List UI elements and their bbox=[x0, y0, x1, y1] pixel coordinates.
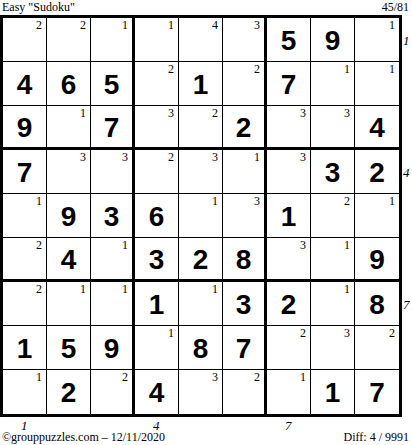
cell-r9c4[interactable]: 4 bbox=[135, 370, 179, 414]
cell-r2c8[interactable]: 1 bbox=[311, 62, 355, 106]
given-digit: 7 bbox=[17, 159, 33, 187]
cell-r4c9[interactable]: 2 bbox=[355, 150, 399, 194]
cell-r1c6[interactable]: 3 bbox=[223, 18, 267, 62]
pencil-mark: 2 bbox=[254, 62, 260, 76]
cell-r2c9[interactable]: 1 bbox=[355, 62, 399, 106]
row-label-4: 4 bbox=[403, 166, 410, 179]
cell-r7c8[interactable]: 1 bbox=[311, 282, 355, 326]
cell-r8c5[interactable]: 8 bbox=[179, 326, 223, 370]
pencil-mark: 3 bbox=[344, 106, 350, 120]
given-digit: 1 bbox=[149, 291, 165, 319]
cell-r5c9[interactable]: 1 bbox=[355, 194, 399, 238]
cell-r7c4[interactable]: 1 bbox=[135, 282, 179, 326]
col-label-4: 4 bbox=[153, 419, 160, 432]
pencil-mark: 3 bbox=[254, 18, 260, 32]
given-digit: 4 bbox=[149, 379, 165, 407]
col-label-1: 1 bbox=[21, 419, 28, 432]
given-digit: 1 bbox=[281, 203, 297, 231]
cell-r6c1[interactable]: 2 bbox=[3, 238, 47, 282]
cell-r4c8[interactable]: 3 bbox=[311, 150, 355, 194]
given-digit: 2 bbox=[61, 379, 77, 407]
cell-r3c9[interactable]: 4 bbox=[355, 106, 399, 150]
pencil-mark: 3 bbox=[212, 370, 218, 384]
pencil-mark: 1 bbox=[389, 62, 395, 76]
cell-r6c3[interactable]: 1 bbox=[91, 238, 135, 282]
pencil-mark: 1 bbox=[80, 282, 86, 296]
given-digit: 9 bbox=[325, 27, 341, 55]
cell-r3c7[interactable]: 3 bbox=[267, 106, 311, 150]
cell-r3c1[interactable]: 9 bbox=[3, 106, 47, 150]
pencil-mark: 4 bbox=[212, 18, 218, 32]
pencil-mark: 2 bbox=[168, 62, 174, 76]
cell-r6c6[interactable]: 8 bbox=[223, 238, 267, 282]
cell-r3c3[interactable]: 7 bbox=[91, 106, 135, 150]
progress-counter: 45/81 bbox=[382, 0, 409, 14]
pencil-mark: 1 bbox=[389, 194, 395, 208]
pencil-mark: 2 bbox=[122, 370, 128, 384]
given-digit: 3 bbox=[104, 203, 120, 231]
pencil-mark: 1 bbox=[212, 194, 218, 208]
given-digit: 8 bbox=[193, 335, 209, 363]
cell-r6c9[interactable]: 9 bbox=[355, 238, 399, 282]
pencil-mark: 1 bbox=[122, 282, 128, 296]
pencil-mark: 3 bbox=[300, 106, 306, 120]
cell-r8c6[interactable]: 7 bbox=[223, 326, 267, 370]
pencil-mark: 1 bbox=[122, 238, 128, 252]
given-digit: 8 bbox=[369, 291, 385, 319]
cell-r2c3[interactable]: 5 bbox=[91, 62, 135, 106]
cell-r3c2[interactable]: 1 bbox=[47, 106, 91, 150]
difficulty-text: Diff: 4 / 9991 bbox=[344, 431, 409, 444]
given-digit: 9 bbox=[369, 246, 385, 274]
cell-r4c7[interactable]: 3 bbox=[267, 150, 311, 194]
given-digit: 7 bbox=[104, 114, 120, 142]
cell-r1c8[interactable]: 9 bbox=[311, 18, 355, 62]
cell-r4c2[interactable]: 3 bbox=[47, 150, 91, 194]
pencil-mark: 1 bbox=[36, 370, 42, 384]
given-digit: 7 bbox=[369, 379, 385, 407]
sudoku-board: 2211435914652127119173223347332313321936… bbox=[0, 15, 402, 417]
cell-r2c4[interactable]: 2 bbox=[135, 62, 179, 106]
given-digit: 1 bbox=[193, 71, 209, 99]
cell-r2c2[interactable]: 6 bbox=[47, 62, 91, 106]
given-digit: 2 bbox=[193, 246, 209, 274]
cell-r7c5[interactable]: 1 bbox=[179, 282, 223, 326]
puzzle-header: Easy "Sudoku" 45/81 bbox=[2, 0, 409, 14]
cell-r8c9[interactable]: 2 bbox=[355, 326, 399, 370]
cell-r5c6[interactable]: 3 bbox=[223, 194, 267, 238]
pencil-mark: 2 bbox=[212, 106, 218, 120]
cell-r9c8[interactable]: 1 bbox=[311, 370, 355, 414]
pencil-mark: 3 bbox=[212, 150, 218, 164]
given-digit: 3 bbox=[325, 159, 341, 187]
cell-r1c5[interactable]: 4 bbox=[179, 18, 223, 62]
pencil-mark: 2 bbox=[80, 18, 86, 32]
pencil-mark: 1 bbox=[344, 282, 350, 296]
cell-r9c1[interactable]: 1 bbox=[3, 370, 47, 414]
cell-r1c9[interactable]: 1 bbox=[355, 18, 399, 62]
cell-r9c2[interactable]: 2 bbox=[47, 370, 91, 414]
given-digit: 6 bbox=[61, 71, 77, 99]
given-digit: 4 bbox=[61, 246, 77, 274]
given-digit: 2 bbox=[369, 159, 385, 187]
col-label-7: 7 bbox=[285, 419, 292, 432]
cell-r2c5[interactable]: 1 bbox=[179, 62, 223, 106]
cell-r9c3[interactable]: 2 bbox=[91, 370, 135, 414]
pencil-mark: 2 bbox=[389, 326, 395, 340]
cell-r1c7[interactable]: 5 bbox=[267, 18, 311, 62]
row-label-1: 1 bbox=[403, 34, 410, 47]
pencil-mark: 3 bbox=[300, 150, 306, 164]
cell-r6c7[interactable]: 3 bbox=[267, 238, 311, 282]
cell-r8c1[interactable]: 1 bbox=[3, 326, 47, 370]
puzzle-title: Easy "Sudoku" bbox=[2, 0, 75, 14]
given-digit: 3 bbox=[236, 291, 252, 319]
pencil-mark: 3 bbox=[300, 238, 306, 252]
cell-r3c6[interactable]: 2 bbox=[223, 106, 267, 150]
cell-r5c5[interactable]: 1 bbox=[179, 194, 223, 238]
given-digit: 9 bbox=[104, 335, 120, 363]
cell-r4c3[interactable]: 3 bbox=[91, 150, 135, 194]
pencil-mark: 1 bbox=[254, 150, 260, 164]
given-digit: 2 bbox=[236, 114, 252, 142]
pencil-mark: 3 bbox=[168, 106, 174, 120]
pencil-mark: 1 bbox=[122, 18, 128, 32]
sudoku-page: Easy "Sudoku" 45/81 22114359146521271191… bbox=[0, 0, 412, 445]
cell-r9c5[interactable]: 3 bbox=[179, 370, 223, 414]
given-digit: 7 bbox=[281, 71, 297, 99]
row-label-7: 7 bbox=[403, 298, 410, 311]
cell-r8c7[interactable]: 2 bbox=[267, 326, 311, 370]
pencil-mark: 1 bbox=[80, 106, 86, 120]
cell-r6c8[interactable]: 1 bbox=[311, 238, 355, 282]
cell-r2c6[interactable]: 2 bbox=[223, 62, 267, 106]
pencil-mark: 2 bbox=[300, 326, 306, 340]
cell-r1c3[interactable]: 1 bbox=[91, 18, 135, 62]
given-digit: 9 bbox=[61, 203, 77, 231]
given-digit: 7 bbox=[236, 335, 252, 363]
pencil-mark: 1 bbox=[36, 194, 42, 208]
cell-r4c4[interactable]: 2 bbox=[135, 150, 179, 194]
cell-r2c7[interactable]: 7 bbox=[267, 62, 311, 106]
cell-r4c5[interactable]: 3 bbox=[179, 150, 223, 194]
cell-r8c3[interactable]: 9 bbox=[91, 326, 135, 370]
cell-r5c4[interactable]: 6 bbox=[135, 194, 179, 238]
cell-r9c7[interactable]: 1 bbox=[267, 370, 311, 414]
cell-r6c4[interactable]: 3 bbox=[135, 238, 179, 282]
given-digit: 8 bbox=[236, 246, 252, 274]
pencil-mark: 3 bbox=[254, 194, 260, 208]
cell-r5c7[interactable]: 1 bbox=[267, 194, 311, 238]
given-digit: 3 bbox=[149, 246, 165, 274]
cell-r6c5[interactable]: 2 bbox=[179, 238, 223, 282]
cell-r8c4[interactable]: 1 bbox=[135, 326, 179, 370]
given-digit: 1 bbox=[17, 335, 33, 363]
cell-r5c1[interactable]: 1 bbox=[3, 194, 47, 238]
cell-r5c8[interactable]: 2 bbox=[311, 194, 355, 238]
pencil-mark: 1 bbox=[344, 62, 350, 76]
given-digit: 4 bbox=[17, 71, 33, 99]
cell-r1c1[interactable]: 2 bbox=[3, 18, 47, 62]
cell-r7c3[interactable]: 1 bbox=[91, 282, 135, 326]
cell-r7c1[interactable]: 2 bbox=[3, 282, 47, 326]
pencil-mark: 2 bbox=[168, 150, 174, 164]
pencil-mark: 2 bbox=[36, 282, 42, 296]
cell-r6c2[interactable]: 4 bbox=[47, 238, 91, 282]
pencil-mark: 2 bbox=[344, 194, 350, 208]
cell-r9c9[interactable]: 7 bbox=[355, 370, 399, 414]
given-digit: 4 bbox=[369, 114, 385, 142]
cell-r7c2[interactable]: 1 bbox=[47, 282, 91, 326]
cell-r5c3[interactable]: 3 bbox=[91, 194, 135, 238]
cell-r3c8[interactable]: 3 bbox=[311, 106, 355, 150]
given-digit: 1 bbox=[325, 379, 341, 407]
pencil-mark: 3 bbox=[122, 150, 128, 164]
cell-r8c2[interactable]: 5 bbox=[47, 326, 91, 370]
pencil-mark: 3 bbox=[80, 150, 86, 164]
cell-r7c6[interactable]: 3 bbox=[223, 282, 267, 326]
cell-r2c1[interactable]: 4 bbox=[3, 62, 47, 106]
cell-r3c5[interactable]: 2 bbox=[179, 106, 223, 150]
pencil-mark: 1 bbox=[300, 370, 306, 384]
cell-r4c6[interactable]: 1 bbox=[223, 150, 267, 194]
cell-r1c2[interactable]: 2 bbox=[47, 18, 91, 62]
cell-r9c6[interactable]: 2 bbox=[223, 370, 267, 414]
pencil-mark: 1 bbox=[168, 18, 174, 32]
cell-r1c4[interactable]: 1 bbox=[135, 18, 179, 62]
cell-r8c8[interactable]: 3 bbox=[311, 326, 355, 370]
cell-r4c1[interactable]: 7 bbox=[3, 150, 47, 194]
cell-r5c2[interactable]: 9 bbox=[47, 194, 91, 238]
given-digit: 5 bbox=[104, 71, 120, 99]
given-digit: 5 bbox=[61, 335, 77, 363]
given-digit: 6 bbox=[149, 203, 165, 231]
pencil-mark: 1 bbox=[344, 238, 350, 252]
given-digit: 5 bbox=[281, 27, 297, 55]
pencil-mark: 1 bbox=[212, 282, 218, 296]
pencil-mark: 1 bbox=[389, 18, 395, 32]
cell-r7c9[interactable]: 8 bbox=[355, 282, 399, 326]
puzzle-footer: ©grouppuzzles.com – 12/11/2020 Diff: 4 /… bbox=[2, 431, 409, 444]
pencil-mark: 2 bbox=[36, 238, 42, 252]
given-digit: 9 bbox=[17, 114, 33, 142]
cell-r3c4[interactable]: 3 bbox=[135, 106, 179, 150]
pencil-mark: 3 bbox=[344, 326, 350, 340]
pencil-mark: 2 bbox=[36, 18, 42, 32]
pencil-mark: 2 bbox=[254, 370, 260, 384]
given-digit: 2 bbox=[281, 291, 297, 319]
cell-r7c7[interactable]: 2 bbox=[267, 282, 311, 326]
pencil-mark: 1 bbox=[168, 326, 174, 340]
